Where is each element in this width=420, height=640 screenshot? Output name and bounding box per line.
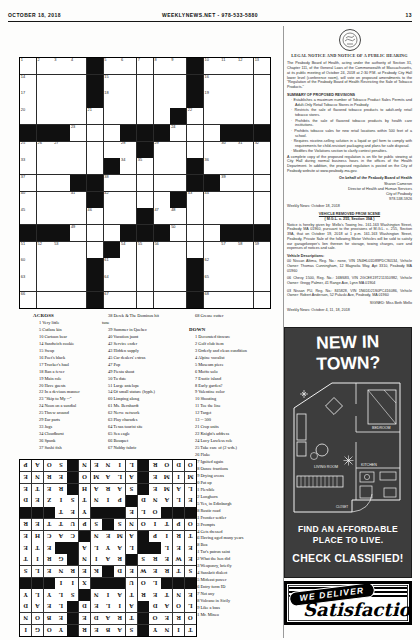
clue: 16 Poet's black bbox=[33, 355, 101, 362]
puzzle-cell[interactable]: 30 bbox=[220, 142, 236, 158]
puzzle-cell[interactable] bbox=[70, 208, 86, 224]
puzzle-cell[interactable] bbox=[220, 208, 236, 224]
puzzle-cell[interactable]: 42 bbox=[104, 192, 120, 208]
puzzle-cell[interactable] bbox=[37, 175, 53, 191]
puzzle-cell[interactable] bbox=[53, 292, 69, 308]
puzzle-cell[interactable]: 8 bbox=[154, 58, 170, 74]
puzzle-cell[interactable] bbox=[204, 125, 220, 141]
puzzle-cell[interactable] bbox=[237, 108, 253, 124]
solution-cell: A bbox=[114, 484, 125, 495]
puzzle-cell[interactable] bbox=[220, 75, 236, 91]
ad-headline: NEW IN TOWN? bbox=[284, 330, 411, 375]
solution-letter: R bbox=[23, 521, 28, 528]
puzzle-cell[interactable] bbox=[220, 258, 236, 274]
puzzle-cell[interactable]: 43 bbox=[187, 192, 203, 208]
across-clues-column-1: ACROSS 1 Very little5 Cutlass kin10 Cart… bbox=[33, 313, 101, 452]
black-cell bbox=[120, 225, 136, 241]
puzzle-cell[interactable] bbox=[104, 225, 120, 241]
puzzle-cell[interactable] bbox=[254, 108, 270, 124]
clue: 6 Moffo solo bbox=[189, 369, 281, 376]
puzzle-cell[interactable] bbox=[254, 91, 270, 107]
crossword-puzzle-grid[interactable]: 1234567891011121314151617181920212223242… bbox=[19, 57, 271, 309]
solution-letter: S bbox=[71, 497, 75, 504]
classified-ad[interactable]: NEW IN TOWN? LIVING ROOM BEDRO bbox=[284, 327, 412, 578]
puzzle-cell[interactable] bbox=[53, 91, 69, 107]
solution-letter: O bbox=[188, 462, 193, 469]
puzzle-cell[interactable]: 4 bbox=[70, 58, 86, 74]
solution-cell: A bbox=[79, 542, 90, 553]
puzzle-cell[interactable] bbox=[170, 142, 186, 158]
puzzle-cell[interactable] bbox=[53, 75, 69, 91]
puzzle-cell[interactable] bbox=[154, 75, 170, 91]
puzzle-cell[interactable]: 66 bbox=[20, 292, 36, 308]
solution-letter: D bbox=[23, 497, 28, 504]
puzzle-cell[interactable]: 15 bbox=[104, 75, 120, 91]
cell-number: 31 bbox=[238, 141, 242, 146]
puzzle-cell[interactable] bbox=[104, 108, 120, 124]
solution-cell: D bbox=[91, 613, 102, 624]
solution-letter: R bbox=[176, 533, 181, 540]
puzzle-cell[interactable] bbox=[154, 91, 170, 107]
solution-letter: N bbox=[165, 627, 170, 634]
cell-number: 10 bbox=[205, 58, 209, 63]
puzzle-cell[interactable] bbox=[104, 142, 120, 158]
solution-cell: N bbox=[55, 566, 66, 577]
solution-letter: A bbox=[165, 603, 170, 610]
puzzle-cell[interactable]: 59 bbox=[254, 242, 270, 258]
puzzle-cell[interactable]: 16 bbox=[204, 75, 220, 91]
puzzle-cell[interactable]: 2 bbox=[37, 58, 53, 74]
puzzle-cell[interactable] bbox=[53, 192, 69, 208]
puzzle-cell[interactable]: 54 bbox=[120, 242, 136, 258]
puzzle-cell[interactable] bbox=[170, 175, 186, 191]
puzzle-cell[interactable]: 58 bbox=[237, 242, 253, 258]
puzzle-cell[interactable] bbox=[254, 208, 270, 224]
black-cell bbox=[154, 125, 170, 141]
solution-cell: E bbox=[20, 542, 31, 553]
puzzle-cell[interactable]: 34 bbox=[120, 158, 136, 174]
puzzle-cell[interactable]: 64 bbox=[104, 275, 120, 291]
puzzle-cell[interactable] bbox=[70, 75, 86, 91]
black-cell bbox=[87, 292, 103, 308]
solution-letter: T bbox=[35, 486, 39, 493]
puzzle-cell[interactable] bbox=[70, 258, 86, 274]
puzzle-cell[interactable] bbox=[187, 125, 203, 141]
puzzle-cell[interactable] bbox=[237, 192, 253, 208]
crossword-solution-grid: TINYSABERYOGIOREOTRADEEBONLOADAILEDLEADE… bbox=[19, 459, 197, 637]
clue: 61 Mr. Mineo bbox=[189, 612, 281, 619]
solution-cell: E bbox=[55, 472, 66, 483]
puzzle-cell[interactable]: 20 bbox=[20, 108, 36, 124]
puzzle-cell[interactable] bbox=[187, 225, 203, 241]
puzzle-cell[interactable] bbox=[120, 275, 136, 291]
puzzle-cell[interactable]: 61 bbox=[104, 258, 120, 274]
puzzle-cell[interactable] bbox=[137, 258, 153, 274]
solution-letter: L bbox=[165, 545, 169, 552]
puzzle-cell[interactable]: 37 bbox=[20, 175, 36, 191]
puzzle-cell[interactable]: 47 bbox=[154, 208, 170, 224]
puzzle-cell[interactable] bbox=[254, 292, 270, 308]
black-cell bbox=[120, 125, 136, 141]
solution-cell: R bbox=[149, 460, 160, 471]
cell-number: 67 bbox=[104, 292, 108, 297]
puzzle-cell[interactable]: 40 bbox=[20, 192, 36, 208]
solution-cell: C bbox=[44, 531, 55, 542]
puzzle-cell[interactable]: 35 bbox=[137, 158, 153, 174]
puzzle-cell[interactable]: 32 bbox=[254, 142, 270, 158]
puzzle-cell[interactable]: 7 bbox=[137, 58, 153, 74]
solution-letter: E bbox=[153, 568, 157, 575]
legal-text-block: · Requires nicotine-selling solution in … bbox=[287, 139, 412, 149]
solution-cell: E bbox=[161, 554, 172, 565]
puzzle-cell[interactable] bbox=[37, 75, 53, 91]
puzzle-cell[interactable] bbox=[70, 91, 86, 107]
clue: 46 Having aged many years bbox=[189, 535, 281, 542]
puzzle-cell[interactable]: 57 bbox=[220, 242, 236, 258]
puzzle-cell[interactable] bbox=[170, 242, 186, 258]
puzzle-cell[interactable]: 33 bbox=[20, 158, 36, 174]
puzzle-cell[interactable]: 38 bbox=[104, 175, 120, 191]
puzzle-cell[interactable] bbox=[70, 275, 86, 291]
puzzle-cell[interactable]: 22 bbox=[187, 108, 203, 124]
puzzle-cell[interactable] bbox=[170, 158, 186, 174]
solution-letter: N bbox=[94, 497, 99, 504]
puzzle-cell[interactable] bbox=[237, 208, 253, 224]
puzzle-cell[interactable]: 56 bbox=[154, 242, 170, 258]
puzzle-cell[interactable] bbox=[120, 258, 136, 274]
solution-letter: P bbox=[24, 462, 28, 469]
puzzle-cell[interactable] bbox=[170, 275, 186, 291]
puzzle-cell[interactable]: 19 bbox=[204, 91, 220, 107]
solution-letter: L bbox=[35, 568, 39, 575]
puzzle-cell[interactable] bbox=[254, 192, 270, 208]
puzzle-cell[interactable]: 65 bbox=[204, 275, 220, 291]
solution-letter: E bbox=[188, 556, 192, 563]
solution-letter: E bbox=[59, 474, 63, 481]
solution-cell: A bbox=[102, 472, 113, 483]
puzzle-cell[interactable] bbox=[87, 158, 103, 174]
puzzle-cell[interactable] bbox=[53, 208, 69, 224]
puzzle-cell[interactable] bbox=[70, 242, 86, 258]
puzzle-cell[interactable] bbox=[220, 91, 236, 107]
puzzle-cell[interactable]: 6 bbox=[120, 58, 136, 74]
puzzle-cell[interactable] bbox=[154, 292, 170, 308]
cell-number: 55 bbox=[138, 242, 142, 247]
solution-cell: O bbox=[44, 460, 55, 471]
puzzle-cell[interactable] bbox=[120, 208, 136, 224]
puzzle-cell[interactable] bbox=[37, 292, 53, 308]
puzzle-cell[interactable] bbox=[87, 242, 103, 258]
clue: 67 Nubby fabric bbox=[102, 445, 186, 452]
clue: 36 Spunk bbox=[33, 438, 101, 445]
puzzle-cell[interactable] bbox=[254, 275, 270, 291]
puzzle-cell[interactable]: 13 bbox=[254, 58, 270, 74]
puzzle-cell[interactable] bbox=[237, 175, 253, 191]
puzzle-cell[interactable] bbox=[37, 275, 53, 291]
black-cell bbox=[67, 625, 78, 636]
puzzle-cell[interactable]: 29 bbox=[154, 142, 170, 158]
solution-letter: O bbox=[188, 615, 193, 622]
puzzle-cell[interactable] bbox=[87, 125, 103, 141]
puzzle-cell[interactable]: 44 bbox=[204, 192, 220, 208]
solution-cell: E bbox=[126, 507, 137, 518]
puzzle-cell[interactable]: 55 bbox=[137, 242, 153, 258]
puzzle-cell[interactable] bbox=[137, 75, 153, 91]
puzzle-cell[interactable] bbox=[104, 208, 120, 224]
puzzle-cell[interactable] bbox=[53, 158, 69, 174]
puzzle-cell[interactable] bbox=[237, 275, 253, 291]
puzzle-cell[interactable]: 45 bbox=[20, 208, 36, 224]
puzzle-cell[interactable]: 67 bbox=[104, 292, 120, 308]
room-label-living: LIVING ROOM bbox=[314, 465, 338, 469]
solution-letter: E bbox=[94, 603, 98, 610]
puzzle-cell[interactable]: 41 bbox=[70, 192, 86, 208]
puzzle-cell[interactable] bbox=[137, 292, 153, 308]
clue: 50 To date bbox=[102, 376, 186, 383]
black-cell bbox=[104, 242, 120, 258]
puzzle-cell[interactable] bbox=[170, 75, 186, 91]
puzzle-cell[interactable]: 52 bbox=[37, 242, 53, 258]
puzzle-cell[interactable] bbox=[204, 225, 220, 241]
solution-letter: A bbox=[106, 615, 111, 622]
solution-letter: A bbox=[165, 497, 170, 504]
solution-cell: U bbox=[126, 578, 137, 589]
puzzle-cell[interactable]: 39 bbox=[220, 175, 236, 191]
cell-number: 65 bbox=[205, 275, 209, 280]
puzzle-cell[interactable] bbox=[254, 175, 270, 191]
puzzle-cell[interactable] bbox=[53, 175, 69, 191]
legal-text-block: Sharon Cameron bbox=[287, 182, 412, 187]
solution-letter: L bbox=[129, 545, 133, 552]
puzzle-cell[interactable] bbox=[220, 158, 236, 174]
solution-letter: I bbox=[166, 533, 169, 540]
puzzle-cell[interactable] bbox=[237, 75, 253, 91]
black-cell bbox=[20, 225, 36, 241]
puzzle-cell[interactable] bbox=[37, 258, 53, 274]
puzzle-cell[interactable]: 3 bbox=[53, 58, 69, 74]
solution-letter: I bbox=[177, 627, 180, 634]
puzzle-cell[interactable] bbox=[154, 258, 170, 274]
puzzle-cell[interactable] bbox=[154, 108, 170, 124]
puzzle-cell[interactable] bbox=[120, 108, 136, 124]
puzzle-cell[interactable]: 63 bbox=[20, 275, 36, 291]
solution-letter: E bbox=[35, 497, 39, 504]
solution-cell: W bbox=[138, 566, 149, 577]
puzzle-cell[interactable]: 5 bbox=[104, 58, 120, 74]
puzzle-cell[interactable]: 50 bbox=[170, 225, 186, 241]
black-cell bbox=[138, 601, 149, 612]
solution-cell: I bbox=[114, 460, 125, 471]
solution-cell: Z bbox=[44, 495, 55, 506]
puzzle-cell[interactable] bbox=[170, 258, 186, 274]
solution-letter: N bbox=[106, 462, 111, 469]
cell-number: 7 bbox=[138, 58, 140, 63]
puzzle-cell[interactable] bbox=[120, 175, 136, 191]
solution-letter: U bbox=[129, 580, 134, 587]
puzzle-cell[interactable] bbox=[53, 108, 69, 124]
clue: 8 Early garden? bbox=[189, 383, 281, 390]
solution-cell: E bbox=[173, 542, 184, 553]
puzzle-cell[interactable]: 60 bbox=[20, 258, 36, 274]
black-cell bbox=[87, 192, 103, 208]
solution-cell: E bbox=[32, 519, 43, 530]
puzzle-cell[interactable]: 53 bbox=[53, 242, 69, 258]
solution-cell: O bbox=[149, 613, 160, 624]
puzzle-cell[interactable]: 11 bbox=[220, 58, 236, 74]
solution-cell: O bbox=[79, 472, 90, 483]
puzzle-cell[interactable] bbox=[204, 242, 220, 258]
solution-cell: H bbox=[79, 484, 90, 495]
puzzle-cell[interactable]: 17 bbox=[20, 91, 36, 107]
solution-letter: E bbox=[94, 462, 98, 469]
clue: 5 Cutlass kin bbox=[33, 327, 101, 334]
solution-letter: T bbox=[165, 592, 169, 599]
solution-cell: X bbox=[79, 578, 90, 589]
solution-cell: S bbox=[126, 625, 137, 636]
solution-cell: E bbox=[20, 484, 31, 495]
puzzle-cell[interactable] bbox=[37, 158, 53, 174]
puzzle-cell[interactable]: 62 bbox=[204, 258, 220, 274]
solution-letter: T bbox=[188, 627, 192, 634]
solution-letter: L bbox=[118, 474, 122, 481]
puzzle-cell[interactable] bbox=[220, 292, 236, 308]
solution-letter: D bbox=[94, 615, 99, 622]
puzzle-cell[interactable] bbox=[70, 108, 86, 124]
puzzle-cell[interactable]: 24 bbox=[170, 125, 186, 141]
solution-cell: L bbox=[149, 578, 160, 589]
black-cell bbox=[220, 225, 236, 241]
solution-letter: U bbox=[70, 521, 75, 528]
puzzle-cell[interactable] bbox=[237, 158, 253, 174]
puzzle-cell[interactable] bbox=[237, 258, 253, 274]
clue: 42 Service ender bbox=[102, 341, 186, 348]
puzzle-cell[interactable] bbox=[70, 158, 86, 174]
puzzle-cell[interactable]: 28 bbox=[120, 142, 136, 158]
puzzle-cell[interactable] bbox=[37, 108, 53, 124]
puzzle-cell[interactable]: 25 bbox=[20, 142, 36, 158]
puzzle-cell[interactable]: 46 bbox=[87, 208, 103, 224]
solution-cell: T bbox=[161, 589, 172, 600]
solution-cell: R bbox=[138, 589, 149, 600]
puzzle-cell[interactable] bbox=[120, 75, 136, 91]
puzzle-cell[interactable] bbox=[204, 142, 220, 158]
cell-number: 32 bbox=[255, 141, 259, 146]
puzzle-cell[interactable] bbox=[154, 175, 170, 191]
header-rule bbox=[8, 21, 412, 22]
puzzle-cell[interactable] bbox=[237, 292, 253, 308]
cell-number: 25 bbox=[21, 141, 25, 146]
puzzle-cell[interactable]: 68 bbox=[204, 292, 220, 308]
puzzle-cell[interactable]: 51 bbox=[20, 242, 36, 258]
puzzle-cell[interactable] bbox=[120, 292, 136, 308]
solution-letter: A bbox=[117, 545, 122, 552]
puzzle-cell[interactable] bbox=[37, 208, 53, 224]
puzzle-cell[interactable]: 31 bbox=[237, 142, 253, 158]
solution-letter: L bbox=[35, 592, 39, 599]
puzzle-cell[interactable] bbox=[37, 91, 53, 107]
puzzle-cell[interactable] bbox=[220, 108, 236, 124]
puzzle-cell[interactable]: 27 bbox=[53, 142, 69, 158]
puzzle-cell[interactable]: 48 bbox=[170, 208, 186, 224]
puzzle-cell[interactable] bbox=[254, 158, 270, 174]
puzzle-cell[interactable] bbox=[187, 242, 203, 258]
solution-letter: W bbox=[175, 556, 181, 563]
solution-cell: L bbox=[126, 460, 137, 471]
puzzle-cell[interactable] bbox=[154, 158, 170, 174]
puzzle-cell[interactable]: 21 bbox=[87, 108, 103, 124]
puzzle-cell[interactable]: 18 bbox=[104, 91, 120, 107]
puzzle-cell[interactable] bbox=[53, 275, 69, 291]
puzzle-cell[interactable] bbox=[204, 208, 220, 224]
puzzle-cell[interactable] bbox=[204, 108, 220, 124]
puzzle-cell[interactable] bbox=[120, 91, 136, 107]
puzzle-cell[interactable] bbox=[120, 192, 136, 208]
solution-letter: R bbox=[153, 556, 158, 563]
puzzle-cell[interactable] bbox=[254, 75, 270, 91]
puzzle-cell[interactable]: 14 bbox=[20, 75, 36, 91]
puzzle-cell[interactable] bbox=[170, 91, 186, 107]
cell-number: 58 bbox=[238, 242, 242, 247]
puzzle-cell[interactable] bbox=[187, 142, 203, 158]
solution-letter: I bbox=[60, 497, 63, 504]
solution-letter: A bbox=[129, 474, 134, 481]
puzzle-cell[interactable]: 10 bbox=[204, 58, 220, 74]
puzzle-cell[interactable] bbox=[87, 142, 103, 158]
puzzle-cell[interactable] bbox=[137, 108, 153, 124]
puzzle-cell[interactable] bbox=[70, 292, 86, 308]
puzzle-cell[interactable] bbox=[37, 192, 53, 208]
puzzle-cell[interactable]: 26 bbox=[37, 142, 53, 158]
clue: 45 Car dealers' extras bbox=[102, 355, 186, 362]
puzzle-cell[interactable] bbox=[104, 125, 120, 141]
solution-cell: I bbox=[32, 554, 43, 565]
clue: 44 Gets dressed bbox=[189, 529, 281, 536]
solution-letter: R bbox=[47, 474, 52, 481]
puzzle-cell[interactable]: 23 bbox=[70, 125, 86, 141]
legal-text-block: · Prohibits the sale of flavored tobacco… bbox=[287, 119, 412, 129]
solution-letter: R bbox=[117, 615, 122, 622]
puzzle-cell[interactable] bbox=[87, 225, 103, 241]
puzzle-cell[interactable] bbox=[53, 258, 69, 274]
solution-cell: A bbox=[114, 589, 125, 600]
puzzle-cell[interactable] bbox=[154, 192, 170, 208]
puzzle-cell[interactable] bbox=[137, 275, 153, 291]
puzzle-cell[interactable]: 36 bbox=[204, 158, 220, 174]
puzzle-cell[interactable] bbox=[220, 192, 236, 208]
solution-cell: E bbox=[20, 531, 31, 542]
solution-cell: I bbox=[173, 625, 184, 636]
puzzle-cell[interactable] bbox=[137, 91, 153, 107]
clue: 25 Take care of (2 wds.) bbox=[189, 445, 281, 452]
solution-letter: O bbox=[164, 462, 169, 469]
puzzle-cell[interactable]: 9 bbox=[170, 58, 186, 74]
puzzle-cell[interactable]: 49 bbox=[70, 225, 86, 241]
puzzle-cell[interactable] bbox=[154, 275, 170, 291]
puzzle-cell[interactable] bbox=[237, 91, 253, 107]
puzzle-cell[interactable] bbox=[137, 192, 153, 208]
puzzle-cell[interactable]: 1 bbox=[20, 58, 36, 74]
puzzle-cell[interactable] bbox=[187, 208, 203, 224]
puzzle-cell[interactable] bbox=[137, 175, 153, 191]
puzzle-cell[interactable] bbox=[70, 142, 86, 158]
puzzle-cell[interactable] bbox=[220, 275, 236, 291]
puzzle-cell[interactable] bbox=[254, 258, 270, 274]
page-number: 13 bbox=[406, 12, 412, 18]
legal-text-block: City of Peabody bbox=[287, 192, 412, 197]
black-cell bbox=[20, 125, 36, 141]
puzzle-cell[interactable]: 12 bbox=[237, 58, 253, 74]
puzzle-cell[interactable] bbox=[170, 292, 186, 308]
